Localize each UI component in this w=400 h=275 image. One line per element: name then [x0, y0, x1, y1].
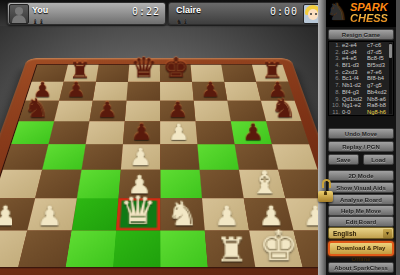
replay-pgn-button[interactable]: Replay / PGN — [328, 141, 394, 152]
square-c2[interactable] — [72, 198, 119, 230]
square-g7[interactable] — [224, 82, 261, 101]
move-row: 6.Bc1-f4Bf8-b4 — [329, 75, 393, 82]
square-g8[interactable] — [221, 65, 256, 82]
square-b7[interactable]: ♟ — [59, 82, 96, 101]
chevron-down-icon: ▼ — [383, 229, 392, 238]
square-g1[interactable]: ♚ — [249, 231, 303, 268]
edit-board-button[interactable]: Edit Board — [328, 216, 394, 227]
board-3d: ♜♛♚♜♟♟♟♟♞♟♟♞♟♟♟♟♟♝♟♟♛♞♟♟♟♜♜♚ — [0, 58, 318, 275]
black-avatar[interactable] — [303, 4, 318, 24]
white-queen[interactable]: ♛ — [120, 192, 157, 231]
white-pawn[interactable]: ♟ — [129, 146, 152, 170]
player-card-black: Claire 0:00 ♞♝ — [168, 2, 318, 25]
right-edge-strip — [396, 0, 400, 275]
board-frame: ♜♛♚♜♟♟♟♟♞♟♟♞♟♟♟♟♟♝♟♟♛♞♟♟♟♜♜♚ — [0, 58, 318, 275]
analyse-board-button[interactable]: Analyse Board — [328, 194, 394, 205]
move-row: 7.Nb1-d2g7-g5 — [329, 82, 393, 89]
square-e2[interactable]: ♞ — [160, 198, 204, 230]
avatar-head — [15, 7, 23, 15]
square-f2[interactable]: ♟ — [202, 198, 249, 230]
white-rook[interactable]: ♜ — [215, 234, 247, 267]
square-d2[interactable]: ♛ — [116, 198, 160, 230]
white-pawn[interactable]: ♟ — [214, 203, 240, 230]
language-value: English — [333, 230, 356, 237]
black-pawn[interactable]: ♟ — [201, 80, 221, 100]
show-visual-aids-button[interactable]: Show Visual Aids — [328, 182, 394, 193]
move-list-scrollbar[interactable] — [389, 43, 392, 114]
black-knight[interactable]: ♞ — [271, 95, 297, 122]
square-c8[interactable] — [96, 65, 129, 82]
square-e5[interactable]: ♟ — [160, 121, 197, 144]
sparkchess-logo[interactable]: ♞ SPARK CHESS — [326, 0, 396, 27]
move-row: 1.e2-e4c7-c6 — [329, 42, 393, 49]
square-e6[interactable]: ♟ — [160, 101, 195, 122]
square-d7[interactable] — [126, 82, 160, 101]
square-f7[interactable]: ♟ — [192, 82, 227, 101]
move-row: 5.c2xd3e7-e6 — [329, 69, 393, 76]
download-play-offline-button[interactable]: Download & Play Offline — [328, 241, 394, 256]
square-g6[interactable] — [227, 101, 266, 122]
square-a6[interactable]: ♞ — [19, 101, 59, 122]
square-b3[interactable] — [35, 170, 81, 199]
square-c6[interactable]: ♟ — [89, 101, 126, 122]
white-pawn[interactable]: ♟ — [168, 122, 190, 145]
black-pawn[interactable]: ♟ — [66, 80, 86, 100]
white-rook[interactable]: ♜ — [0, 234, 11, 267]
square-d8[interactable]: ♛ — [128, 65, 160, 82]
load-button[interactable]: Load — [363, 154, 394, 165]
square-c1[interactable] — [66, 231, 116, 268]
resign-game-button[interactable]: Resign Game — [328, 29, 394, 40]
square-f5[interactable] — [195, 121, 234, 144]
black-player-name: Claire — [176, 5, 201, 15]
square-h5[interactable] — [266, 121, 309, 144]
game-area: You 0:22 ♝♝ Claire 0:00 ♞♝ ♜♛♚♜♟♟♟♟♞♟♟♞♟… — [0, 0, 318, 275]
move-row: 4.Bf1-d3Bf5xd3 — [329, 62, 393, 69]
avatar-shoulders — [12, 15, 26, 24]
move-row: 2.d2-d4d7-d5 — [329, 49, 393, 56]
knight-logo-icon: ♞ — [326, 0, 348, 25]
square-e4[interactable] — [160, 144, 199, 169]
black-knight[interactable]: ♞ — [24, 95, 50, 122]
white-knight[interactable]: ♞ — [166, 197, 198, 231]
white-bishop[interactable]: ♝ — [249, 167, 280, 199]
board-area: ♜♛♚♜♟♟♟♟♞♟♟♞♟♟♟♟♟♝♟♟♛♞♟♟♟♜♜♚ — [0, 24, 318, 275]
square-d5[interactable]: ♟ — [123, 121, 160, 144]
square-h3[interactable] — [278, 170, 318, 199]
square-g5[interactable]: ♟ — [231, 121, 272, 144]
undo-move-button[interactable]: Undo Move — [328, 128, 394, 139]
square-b6[interactable] — [54, 101, 93, 122]
square-a5[interactable] — [11, 121, 54, 144]
square-f3[interactable] — [200, 170, 244, 199]
help-me-move-button[interactable]: Help Me Move — [328, 205, 394, 216]
scrollbar-thumb[interactable] — [389, 44, 392, 58]
black-pawn[interactable]: ♟ — [167, 100, 188, 122]
move-row: 9.Qd1xd2Nb8-a6 — [329, 96, 393, 103]
square-e1[interactable] — [160, 231, 207, 268]
square-a4[interactable] — [3, 144, 49, 169]
white-pawn[interactable]: ♟ — [302, 203, 318, 230]
chess-board[interactable]: ♜♛♚♜♟♟♟♟♞♟♟♞♟♟♟♟♟♝♟♟♛♞♟♟♟♜♜♚ — [0, 64, 318, 268]
square-h6[interactable]: ♞ — [261, 101, 302, 122]
move-rows: 1.e2-e4c7-c62.d2-d4d7-d53.e4-e5Bc8-f54.B… — [329, 42, 393, 116]
square-c3[interactable] — [77, 170, 121, 199]
black-pawn[interactable]: ♟ — [131, 122, 153, 145]
2d-mode-button[interactable]: 2D Mode — [328, 170, 394, 181]
language-select[interactable]: English ▼ — [328, 227, 394, 239]
square-f6[interactable] — [194, 101, 231, 122]
white-pawn[interactable]: ♟ — [0, 203, 19, 230]
move-row: 8.Bf4-g3Bb4xd2 — [329, 89, 393, 96]
square-f1[interactable]: ♜ — [205, 231, 256, 268]
panel-divider — [318, 0, 326, 275]
move-row: 3.e4-e5Bc8-f5 — [329, 55, 393, 62]
square-b1[interactable] — [18, 231, 71, 268]
white-pawn[interactable]: ♟ — [36, 203, 62, 230]
square-d4[interactable]: ♟ — [121, 144, 160, 169]
black-clock: 0:00 — [270, 6, 298, 17]
square-f4[interactable] — [197, 144, 239, 169]
lock-icon — [318, 179, 334, 201]
square-g3[interactable]: ♝ — [239, 170, 286, 199]
move-row: 11.0-0Ng8-h6 — [329, 109, 393, 116]
square-b5[interactable] — [48, 121, 89, 144]
square-b4[interactable] — [42, 144, 85, 169]
black-king[interactable]: ♚ — [163, 54, 190, 82]
black-pawn[interactable]: ♟ — [97, 100, 118, 122]
move-list[interactable]: 1.e2-e4c7-c62.d2-d4d7-d53.e4-e5Bc8-f54.B… — [328, 41, 394, 116]
player-card-white: You 0:22 ♝♝ — [7, 2, 166, 25]
white-player-name: You — [32, 5, 48, 15]
white-clock: 0:22 — [132, 6, 160, 17]
square-d1[interactable] — [113, 231, 160, 268]
black-pawn[interactable]: ♟ — [242, 122, 264, 145]
white-avatar[interactable] — [9, 4, 29, 24]
about-sparkchess-button[interactable]: About SparkChess — [328, 262, 394, 273]
square-d6[interactable] — [125, 101, 160, 122]
square-b2[interactable]: ♟ — [27, 198, 77, 230]
black-queen[interactable]: ♛ — [130, 54, 157, 82]
move-row: 10.Ng1-e2Ra8-b8 — [329, 102, 393, 109]
square-c5[interactable] — [86, 121, 125, 144]
sidebar: ♞ SPARK CHESS Resign Game 1.e2-e4c7-c62.… — [326, 0, 396, 275]
square-e8[interactable]: ♚ — [160, 65, 192, 82]
white-king[interactable]: ♚ — [259, 225, 299, 267]
logo-text-chess: CHESS — [350, 12, 388, 24]
square-c4[interactable] — [82, 144, 123, 169]
save-button[interactable]: Save — [328, 154, 359, 165]
